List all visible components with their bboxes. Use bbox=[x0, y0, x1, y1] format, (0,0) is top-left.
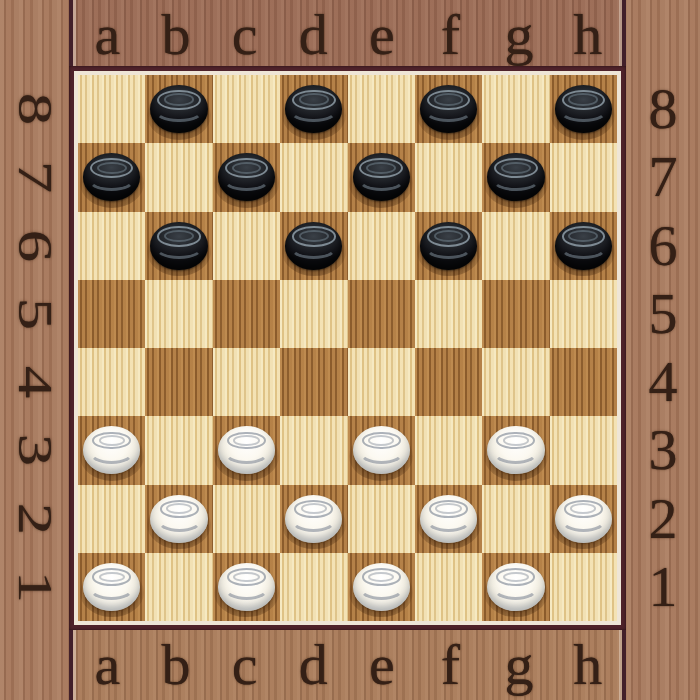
file-label-d: d bbox=[299, 6, 328, 64]
rank-label-4: 4 bbox=[649, 353, 678, 411]
square-g2[interactable] bbox=[482, 485, 549, 553]
white-piece-c1[interactable] bbox=[218, 563, 275, 611]
black-piece-ring2 bbox=[164, 230, 194, 242]
board-edge-highlight bbox=[74, 71, 621, 625]
file-label-f: f bbox=[441, 6, 460, 64]
square-e7[interactable] bbox=[348, 143, 415, 211]
file-label-c: c bbox=[232, 6, 258, 64]
square-f3[interactable] bbox=[415, 416, 482, 484]
square-d3[interactable] bbox=[280, 416, 347, 484]
black-piece-c7[interactable] bbox=[218, 153, 275, 201]
file-label-g: g bbox=[505, 6, 534, 64]
file-label-g: g bbox=[505, 636, 534, 694]
black-piece-e7[interactable] bbox=[353, 153, 410, 201]
black-piece-ring2 bbox=[568, 93, 598, 105]
black-piece-b8[interactable] bbox=[150, 85, 207, 133]
white-piece-ring2 bbox=[435, 503, 461, 514]
square-d4[interactable] bbox=[280, 348, 347, 416]
rank-label-2: 2 bbox=[11, 502, 59, 534]
square-a1[interactable] bbox=[78, 553, 145, 621]
rank-label-7: 7 bbox=[11, 161, 59, 193]
square-a4[interactable] bbox=[78, 348, 145, 416]
square-g4[interactable] bbox=[482, 348, 549, 416]
black-piece-a7[interactable] bbox=[83, 153, 140, 201]
square-g5[interactable] bbox=[482, 280, 549, 348]
square-f7[interactable] bbox=[415, 143, 482, 211]
square-c3[interactable] bbox=[213, 416, 280, 484]
square-b7[interactable] bbox=[145, 143, 212, 211]
square-c6[interactable] bbox=[213, 212, 280, 280]
file-label-a: a bbox=[94, 636, 120, 694]
bottom-file-labels-strip: abcdefgh bbox=[69, 630, 626, 700]
square-d1[interactable] bbox=[280, 553, 347, 621]
square-a7[interactable] bbox=[78, 143, 145, 211]
board-frame bbox=[69, 66, 626, 630]
rank-labels-right: 87654321 bbox=[626, 75, 700, 621]
white-piece-g1[interactable] bbox=[487, 563, 544, 611]
white-piece-ring2 bbox=[233, 435, 259, 446]
black-piece-ring2 bbox=[299, 230, 329, 242]
square-e6[interactable] bbox=[348, 212, 415, 280]
file-label-c: c bbox=[232, 636, 258, 694]
square-c2[interactable] bbox=[213, 485, 280, 553]
square-c8[interactable] bbox=[213, 75, 280, 143]
white-piece-f2[interactable] bbox=[420, 495, 477, 543]
board-grid bbox=[78, 75, 617, 621]
square-h3[interactable] bbox=[550, 416, 617, 484]
white-piece-a1[interactable] bbox=[83, 563, 140, 611]
square-b8[interactable] bbox=[145, 75, 212, 143]
square-a5[interactable] bbox=[78, 280, 145, 348]
rank-label-7: 7 bbox=[649, 148, 678, 206]
black-piece-f8[interactable] bbox=[420, 85, 477, 133]
black-piece-d6[interactable] bbox=[285, 222, 342, 270]
white-piece-d2[interactable] bbox=[285, 495, 342, 543]
white-piece-g3[interactable] bbox=[487, 426, 544, 474]
rank-label-3: 3 bbox=[649, 421, 678, 479]
black-piece-ring2 bbox=[434, 93, 464, 105]
square-f6[interactable] bbox=[415, 212, 482, 280]
rank-label-8: 8 bbox=[649, 80, 678, 138]
black-piece-ring2 bbox=[299, 93, 329, 105]
black-piece-h8[interactable] bbox=[555, 85, 612, 133]
file-label-f: f bbox=[441, 636, 460, 694]
white-piece-ring2 bbox=[233, 572, 259, 583]
white-piece-ring2 bbox=[301, 503, 327, 514]
square-g7[interactable] bbox=[482, 143, 549, 211]
file-label-b: b bbox=[161, 636, 190, 694]
white-piece-ring2 bbox=[166, 503, 192, 514]
white-piece-a3[interactable] bbox=[83, 426, 140, 474]
white-piece-h2[interactable] bbox=[555, 495, 612, 543]
black-piece-ring2 bbox=[164, 93, 194, 105]
white-piece-ring2 bbox=[99, 572, 125, 583]
black-piece-ring2 bbox=[366, 162, 396, 174]
black-piece-ring2 bbox=[97, 162, 127, 174]
square-h2[interactable] bbox=[550, 485, 617, 553]
square-h8[interactable] bbox=[550, 75, 617, 143]
square-f1[interactable] bbox=[415, 553, 482, 621]
square-e2[interactable] bbox=[348, 485, 415, 553]
rank-label-1: 1 bbox=[649, 558, 678, 616]
square-d2[interactable] bbox=[280, 485, 347, 553]
square-d6[interactable] bbox=[280, 212, 347, 280]
square-a8[interactable] bbox=[78, 75, 145, 143]
file-labels-top: abcdefgh bbox=[73, 0, 622, 66]
rank-label-2: 2 bbox=[649, 490, 678, 548]
white-piece-ring2 bbox=[503, 435, 529, 446]
white-piece-ring2 bbox=[368, 435, 394, 446]
black-piece-ring2 bbox=[232, 162, 262, 174]
file-label-e: e bbox=[369, 6, 395, 64]
square-a3[interactable] bbox=[78, 416, 145, 484]
rank-label-3: 3 bbox=[11, 434, 59, 466]
square-g1[interactable] bbox=[482, 553, 549, 621]
square-b2[interactable] bbox=[145, 485, 212, 553]
square-e5[interactable] bbox=[348, 280, 415, 348]
square-c4[interactable] bbox=[213, 348, 280, 416]
black-piece-f6[interactable] bbox=[420, 222, 477, 270]
white-piece-e1[interactable] bbox=[353, 563, 410, 611]
black-piece-h6[interactable] bbox=[555, 222, 612, 270]
file-label-e: e bbox=[369, 636, 395, 694]
square-d7[interactable] bbox=[280, 143, 347, 211]
square-d8[interactable] bbox=[280, 75, 347, 143]
square-g8[interactable] bbox=[482, 75, 549, 143]
square-f2[interactable] bbox=[415, 485, 482, 553]
square-e1[interactable] bbox=[348, 553, 415, 621]
rank-label-1: 1 bbox=[11, 571, 59, 603]
square-b4[interactable] bbox=[145, 348, 212, 416]
square-c1[interactable] bbox=[213, 553, 280, 621]
rank-label-6: 6 bbox=[11, 229, 59, 261]
square-d5[interactable] bbox=[280, 280, 347, 348]
white-piece-ring2 bbox=[570, 503, 596, 514]
white-piece-b2[interactable] bbox=[150, 495, 207, 543]
file-label-h: h bbox=[573, 636, 602, 694]
file-label-h: h bbox=[573, 6, 602, 64]
square-e8[interactable] bbox=[348, 75, 415, 143]
rank-label-6: 6 bbox=[649, 217, 678, 275]
rank-labels-left: 87654321 bbox=[0, 75, 69, 621]
rank-label-5: 5 bbox=[649, 285, 678, 343]
black-piece-b6[interactable] bbox=[150, 222, 207, 270]
white-piece-c3[interactable] bbox=[218, 426, 275, 474]
square-h6[interactable] bbox=[550, 212, 617, 280]
square-f4[interactable] bbox=[415, 348, 482, 416]
square-g6[interactable] bbox=[482, 212, 549, 280]
square-g3[interactable] bbox=[482, 416, 549, 484]
square-b1[interactable] bbox=[145, 553, 212, 621]
square-a6[interactable] bbox=[78, 212, 145, 280]
square-h4[interactable] bbox=[550, 348, 617, 416]
white-piece-ring2 bbox=[503, 572, 529, 583]
black-piece-g7[interactable] bbox=[487, 153, 544, 201]
square-b5[interactable] bbox=[145, 280, 212, 348]
square-c5[interactable] bbox=[213, 280, 280, 348]
rank-label-5: 5 bbox=[11, 298, 59, 330]
file-labels-bottom: abcdefgh bbox=[73, 630, 622, 700]
white-piece-e3[interactable] bbox=[353, 426, 410, 474]
square-c7[interactable] bbox=[213, 143, 280, 211]
square-f5[interactable] bbox=[415, 280, 482, 348]
top-file-labels-strip: abcdefgh bbox=[69, 0, 626, 66]
file-label-a: a bbox=[94, 6, 120, 64]
white-piece-ring2 bbox=[99, 435, 125, 446]
square-e3[interactable] bbox=[348, 416, 415, 484]
square-a2[interactable] bbox=[78, 485, 145, 553]
white-piece-ring2 bbox=[368, 572, 394, 583]
rank-label-4: 4 bbox=[11, 366, 59, 398]
black-piece-ring2 bbox=[501, 162, 531, 174]
square-b6[interactable] bbox=[145, 212, 212, 280]
rank-label-8: 8 bbox=[11, 93, 59, 125]
file-label-b: b bbox=[161, 6, 190, 64]
file-label-d: d bbox=[299, 636, 328, 694]
square-f8[interactable] bbox=[415, 75, 482, 143]
square-h1[interactable] bbox=[550, 553, 617, 621]
square-b3[interactable] bbox=[145, 416, 212, 484]
square-h5[interactable] bbox=[550, 280, 617, 348]
wooden-checkers-board: abcdefgh abcdefgh 87654321 87654321 bbox=[0, 0, 700, 700]
black-piece-d8[interactable] bbox=[285, 85, 342, 133]
square-h7[interactable] bbox=[550, 143, 617, 211]
square-e4[interactable] bbox=[348, 348, 415, 416]
